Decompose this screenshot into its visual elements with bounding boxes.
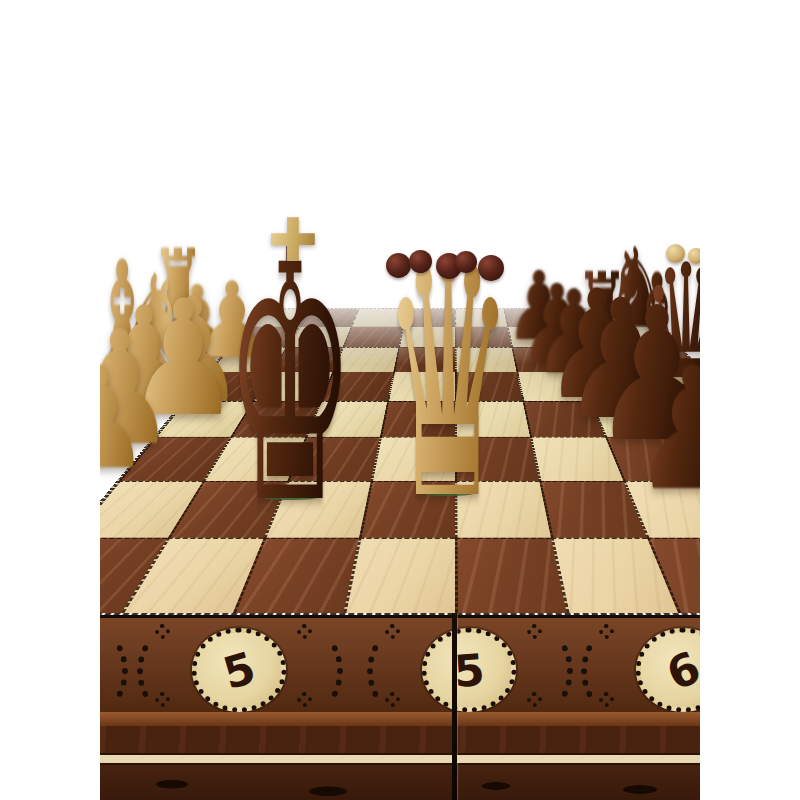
- queen-crown-ball-light: [688, 248, 700, 264]
- king-cross-finial: ✚: [268, 210, 318, 270]
- piece-dark-pawn: ♟: [632, 344, 700, 514]
- queen-crown-ball-dark: [409, 250, 432, 273]
- pieces-layer: ♜♝♞♟♟♟♟♟♟♟♛♚♟♟♟♜♞♝♛♟♟♟♟✚: [100, 200, 700, 800]
- queen-crown-ball-dark: [455, 251, 477, 273]
- queen-crown-ball-light: [666, 244, 685, 263]
- chess-set-photo: 556 ♜♝♞♟♟♟♟♟♟♟♛♚♟♟♟♜♞♝♛♟♟♟♟✚: [100, 200, 700, 800]
- queen-crown-ball-dark: [478, 255, 504, 281]
- piece-light-pawn: ♟: [100, 349, 150, 489]
- queen-crown-ball-dark: [386, 253, 411, 278]
- product-photo: 556 ♜♝♞♟♟♟♟♟♟♟♛♚♟♟♟♜♞♝♛♟♟♟♟✚: [0, 0, 800, 800]
